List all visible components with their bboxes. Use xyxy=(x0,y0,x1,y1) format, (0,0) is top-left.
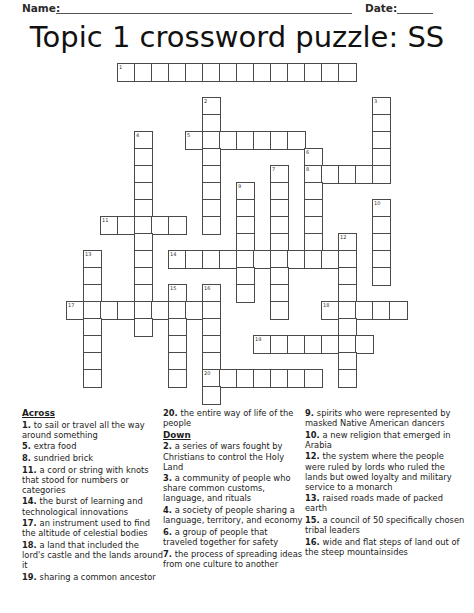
clue-number-label: 4. xyxy=(163,505,175,515)
clue-text: 14. the burst of learning and technologi… xyxy=(22,496,164,516)
clue-number: 10 xyxy=(374,200,380,206)
grid-cell[interactable] xyxy=(236,199,255,218)
grid-cell[interactable]: 15 xyxy=(168,284,187,303)
grid-cell[interactable]: 5 xyxy=(185,131,204,150)
grid-cell[interactable]: 18 xyxy=(321,301,340,320)
grid-cell[interactable] xyxy=(168,369,187,388)
clue-text: 2. a series of wars fought by Christians… xyxy=(163,441,304,471)
grid-cell[interactable] xyxy=(304,335,323,354)
clue-text: 20. the entire way of life of the people xyxy=(163,408,304,428)
grid-cell[interactable] xyxy=(355,301,374,320)
grid-cell[interactable]: 9 xyxy=(236,182,255,201)
grid-cell[interactable] xyxy=(355,165,374,184)
grid-cell[interactable] xyxy=(372,114,391,133)
grid-cell[interactable] xyxy=(202,165,221,184)
clue-number-label: 6. xyxy=(163,527,175,537)
grid-cell[interactable] xyxy=(304,369,323,388)
grid-cell[interactable] xyxy=(236,63,255,82)
clue-text: 11. a cord or string with knots that sto… xyxy=(22,465,164,495)
clue-column-middle: 20. the entire way of life of the people… xyxy=(163,408,304,570)
clue-number-label: 14. xyxy=(22,496,40,506)
date-label: Date: xyxy=(365,2,397,14)
grid-cell[interactable] xyxy=(83,352,102,371)
grid-cell[interactable] xyxy=(372,216,391,235)
grid-cell[interactable] xyxy=(202,114,221,133)
clue-number: 17 xyxy=(68,302,74,308)
grid-cell[interactable] xyxy=(83,267,102,286)
grid-cell[interactable] xyxy=(134,284,153,303)
grid-cell[interactable]: 2 xyxy=(202,97,221,116)
clue-number-label: 16. xyxy=(305,537,323,547)
grid-cell[interactable] xyxy=(134,216,153,235)
grid-cell[interactable] xyxy=(151,63,170,82)
grid-cell[interactable] xyxy=(304,250,323,269)
grid-cell[interactable] xyxy=(83,335,102,354)
grid-cell[interactable]: 20 xyxy=(202,369,221,388)
clue-column-right: 9. spirits who were represented by maske… xyxy=(305,408,465,559)
grid-cell[interactable] xyxy=(253,250,272,269)
clue-number-label: 9. xyxy=(305,408,317,418)
grid-cell[interactable] xyxy=(270,131,289,150)
clue-number: 7 xyxy=(272,166,275,172)
clue-number: 3 xyxy=(374,98,377,104)
grid-cell[interactable] xyxy=(338,301,357,320)
clue-text: 7. the process of spreading ideas from o… xyxy=(163,549,304,569)
clue-number-label: 7. xyxy=(163,549,175,559)
grid-cell[interactable] xyxy=(287,335,306,354)
grid-cell[interactable] xyxy=(168,335,187,354)
grid-cell[interactable] xyxy=(372,250,391,269)
grid-cell[interactable] xyxy=(83,369,102,388)
clue-text: 1. to sail or travel all the way around … xyxy=(22,420,164,440)
grid-cell[interactable] xyxy=(134,182,153,201)
clue-number: 20 xyxy=(204,370,210,376)
grid-cell[interactable] xyxy=(321,250,340,269)
clue-text: 16. wide and flat steps of land out of t… xyxy=(305,537,465,557)
grid-cell[interactable] xyxy=(100,301,119,320)
grid-cell[interactable] xyxy=(168,318,187,337)
grid-cell[interactable]: 4 xyxy=(134,131,153,150)
grid-cell[interactable] xyxy=(270,63,289,82)
grid-cell[interactable] xyxy=(338,165,357,184)
grid-cell[interactable] xyxy=(338,369,357,388)
clue-number: 6 xyxy=(306,149,309,155)
clue-number: 18 xyxy=(323,302,329,308)
grid-cell[interactable]: 16 xyxy=(202,284,221,303)
grid-cell[interactable] xyxy=(372,148,391,167)
grid-cell[interactable] xyxy=(321,165,340,184)
clue-text: 18. a land that included the lord's cast… xyxy=(22,540,164,570)
grid-cell[interactable]: 3 xyxy=(372,97,391,116)
grid-cell[interactable] xyxy=(389,301,408,320)
grid-cell[interactable] xyxy=(287,250,306,269)
clue-column-across: Across1. to sail or travel all the way a… xyxy=(22,408,164,583)
grid-cell[interactable] xyxy=(372,233,391,252)
clue-number: 16 xyxy=(204,285,210,291)
grid-cell[interactable] xyxy=(134,267,153,286)
grid-cell[interactable] xyxy=(151,301,170,320)
grid-cell[interactable] xyxy=(270,284,289,303)
grid-cell[interactable] xyxy=(236,284,255,303)
clue-text: 8. sundried brick xyxy=(22,453,164,463)
grid-cell[interactable] xyxy=(134,199,153,218)
grid-cell[interactable] xyxy=(372,165,391,184)
grid-cell[interactable]: 10 xyxy=(372,199,391,218)
grid-cell[interactable] xyxy=(202,250,221,269)
grid-cell[interactable] xyxy=(304,182,323,201)
grid-cell[interactable] xyxy=(253,63,272,82)
grid-cell[interactable] xyxy=(83,318,102,337)
grid-cell[interactable] xyxy=(287,369,306,388)
grid-cell[interactable] xyxy=(202,318,221,337)
grid-cell[interactable] xyxy=(219,250,238,269)
grid-cell[interactable]: 12 xyxy=(338,233,357,252)
grid-cell[interactable] xyxy=(304,216,323,235)
grid-cell[interactable] xyxy=(202,216,221,235)
grid-cell[interactable] xyxy=(321,335,340,354)
grid-cell[interactable] xyxy=(270,250,289,269)
grid-cell[interactable] xyxy=(236,233,255,252)
grid-cell[interactable] xyxy=(219,131,238,150)
grid-cell[interactable] xyxy=(202,148,221,167)
clue-text: 10. a new religion that emerged in Arabi… xyxy=(305,430,465,450)
clue-number-label: 11. xyxy=(22,465,40,475)
grid-cell[interactable] xyxy=(338,63,357,82)
grid-cell[interactable] xyxy=(168,216,187,235)
grid-cell[interactable] xyxy=(270,369,289,388)
grid-cell[interactable] xyxy=(372,131,391,150)
clue-number-label: 3. xyxy=(163,473,175,483)
clue-number-label: 5. xyxy=(22,441,34,451)
grid-cell[interactable] xyxy=(270,233,289,252)
name-label: Name: xyxy=(22,2,60,14)
grid-cell[interactable] xyxy=(253,131,272,150)
grid-cell[interactable]: 7 xyxy=(270,165,289,184)
clue-number-label: 19. xyxy=(22,572,40,582)
grid-cell[interactable] xyxy=(236,131,255,150)
date-blank-line[interactable] xyxy=(397,1,433,14)
clue-text: 17. an instrument used to find the altit… xyxy=(22,518,164,538)
grid-cell[interactable] xyxy=(185,301,204,320)
clue-number: 4 xyxy=(136,132,139,138)
grid-cell[interactable] xyxy=(270,182,289,201)
clue-list-header: Down xyxy=(163,430,304,441)
clue-number-label: 2. xyxy=(163,441,175,451)
clue-number: 14 xyxy=(170,251,176,257)
grid-cell[interactable]: 17 xyxy=(66,301,85,320)
clue-number: 5 xyxy=(187,132,190,138)
clue-number-label: 17. xyxy=(22,518,40,528)
clue-number-label: 15. xyxy=(305,515,323,525)
grid-cell[interactable] xyxy=(236,267,255,286)
grid-cell[interactable] xyxy=(304,233,323,252)
grid-cell[interactable] xyxy=(287,131,306,150)
clue-number-label: 8. xyxy=(22,453,34,463)
clue-text: 6. a group of people that traveled toget… xyxy=(163,527,304,547)
grid-cell[interactable] xyxy=(202,63,221,82)
grid-cell[interactable] xyxy=(236,250,255,269)
grid-cell[interactable]: 13 xyxy=(83,250,102,269)
grid-cell[interactable] xyxy=(253,369,272,388)
clue-text: 3. a community of people who share commo… xyxy=(163,473,304,503)
grid-cell[interactable] xyxy=(338,352,357,371)
grid-cell[interactable] xyxy=(117,216,136,235)
clue-number-label: 13. xyxy=(305,493,323,503)
grid-cell[interactable] xyxy=(168,63,187,82)
grid-cell[interactable] xyxy=(202,301,221,320)
grid-cell[interactable] xyxy=(355,335,374,354)
grid-cell[interactable] xyxy=(202,352,221,371)
clue-number: 15 xyxy=(170,285,176,291)
clue-text: 12. the system where the people were rul… xyxy=(305,451,465,491)
grid-cell[interactable] xyxy=(338,318,357,337)
clue-number: 9 xyxy=(238,183,241,189)
grid-cell[interactable] xyxy=(372,267,391,286)
grid-cell[interactable] xyxy=(236,369,255,388)
grid-cell[interactable] xyxy=(185,250,204,269)
grid-cell[interactable] xyxy=(202,386,221,405)
grid-cell[interactable] xyxy=(321,63,340,82)
grid-cell[interactable] xyxy=(83,284,102,303)
grid-cell[interactable] xyxy=(304,63,323,82)
grid-cell[interactable] xyxy=(134,233,153,252)
grid-cell[interactable] xyxy=(219,63,238,82)
grid-cell[interactable]: 14 xyxy=(168,250,187,269)
clue-number-label: 18. xyxy=(22,540,40,550)
grid-cell[interactable]: 11 xyxy=(100,216,119,235)
grid-cell[interactable] xyxy=(134,250,153,269)
clue-list-header: Across xyxy=(22,408,164,419)
grid-cell[interactable] xyxy=(338,335,357,354)
worksheet-page: Name: Date: Topic 1 crossword puzzle: SS… xyxy=(0,0,474,613)
grid-cell[interactable] xyxy=(168,352,187,371)
grid-cell[interactable] xyxy=(270,301,289,320)
grid-cell[interactable] xyxy=(202,335,221,354)
grid-cell[interactable] xyxy=(338,284,357,303)
grid-cell[interactable] xyxy=(134,148,153,167)
grid-cell[interactable] xyxy=(117,301,136,320)
clue-text: 4. a society of people sharing a languag… xyxy=(163,505,304,525)
grid-cell[interactable] xyxy=(185,63,204,82)
grid-cell[interactable] xyxy=(287,63,306,82)
grid-cell[interactable] xyxy=(270,335,289,354)
grid-cell[interactable]: 6 xyxy=(304,148,323,167)
clue-text: 19. sharing a common ancestor xyxy=(22,572,164,582)
clue-text: 15. a council of 50 specifically chosen … xyxy=(305,515,465,535)
grid-cell[interactable] xyxy=(304,199,323,218)
clue-number: 2 xyxy=(204,98,207,104)
grid-cell[interactable] xyxy=(372,301,391,320)
grid-cell[interactable] xyxy=(202,199,221,218)
clue-text: 9. spirits who were represented by maske… xyxy=(305,408,465,428)
clue-number: 1 xyxy=(119,64,122,70)
grid-cell[interactable]: 19 xyxy=(253,335,272,354)
clue-number: 13 xyxy=(85,251,91,257)
grid-cell[interactable] xyxy=(134,63,153,82)
clue-number: 19 xyxy=(255,336,261,342)
grid-cell[interactable]: 1 xyxy=(117,63,136,82)
grid-cell[interactable] xyxy=(219,369,238,388)
clue-number-label: 12. xyxy=(305,451,323,461)
grid-cell[interactable] xyxy=(168,301,187,320)
grid-cell[interactable] xyxy=(151,216,170,235)
page-title: Topic 1 crossword puzzle: SS xyxy=(0,20,474,54)
grid-cell[interactable] xyxy=(270,267,289,286)
clue-number-label: 20. xyxy=(163,408,181,418)
clue-number: 8 xyxy=(306,166,309,172)
clue-number: 11 xyxy=(102,217,108,223)
grid-cell[interactable] xyxy=(134,318,153,337)
grid-cell[interactable] xyxy=(236,216,255,235)
grid-cell[interactable] xyxy=(338,267,357,286)
name-blank-line[interactable] xyxy=(56,1,352,14)
grid-cell[interactable] xyxy=(202,182,221,201)
clue-number-label: 10. xyxy=(305,430,323,440)
grid-cell[interactable] xyxy=(270,216,289,235)
grid-cell[interactable] xyxy=(134,165,153,184)
clue-number: 12 xyxy=(340,234,346,240)
grid-cell[interactable] xyxy=(83,301,102,320)
grid-cell[interactable] xyxy=(338,250,357,269)
grid-cell[interactable] xyxy=(270,199,289,218)
grid-cell[interactable] xyxy=(202,131,221,150)
clue-text: 5. extra food xyxy=(22,441,164,451)
clue-text: 13. raised roads made of packed earth xyxy=(305,493,465,513)
grid-cell[interactable]: 8 xyxy=(304,165,323,184)
clue-number-label: 1. xyxy=(22,420,34,430)
grid-cell[interactable] xyxy=(134,301,153,320)
